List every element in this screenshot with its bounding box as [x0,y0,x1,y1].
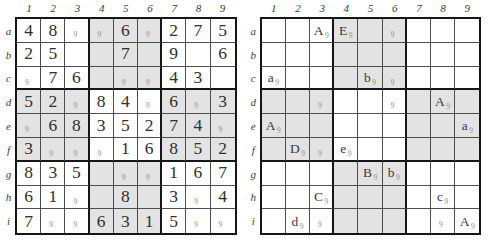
chains-cell-h4[interactable] [334,186,358,210]
chains-cell-b9[interactable] [455,43,479,67]
row-label-h: h [2,186,15,210]
candidate-9-mark: 9 [391,79,395,87]
givens-cell-f7[interactable]: 8 [162,138,186,162]
givens-cell-f8[interactable]: 5 [186,138,210,162]
givens-cell-b8[interactable] [186,43,210,67]
givens-cell-e6[interactable]: 2 [138,114,162,138]
chains-cell-a3[interactable]: A9 [310,19,334,43]
chains-cell-a8[interactable] [431,19,455,43]
givens-cell-b9[interactable]: 6 [211,43,235,67]
chain-letter: A [314,24,324,38]
chains-cell-g1[interactable] [262,162,286,186]
chains-cell-i7[interactable] [407,209,431,233]
chains-cell-i6[interactable] [383,209,407,233]
givens-cell-d1[interactable]: 5 [17,90,41,114]
given-digit: 4 [194,117,203,135]
givens-cell-b7[interactable]: 9 [162,43,186,67]
given-digit: 3 [194,69,203,87]
givens-cell-i8[interactable]: 9 [186,209,210,233]
corner-spacer [2,1,15,17]
chains-cell-d2[interactable] [286,90,310,114]
chains-cell-f7[interactable] [407,138,431,162]
given-digit: 3 [169,188,178,206]
row-label-c: c [2,67,15,91]
given-digit: 7 [169,117,178,135]
row-label-b: b [2,43,15,67]
givens-cell-c2[interactable]: 7 [41,67,65,91]
candidate-9-mark: 9 [25,126,29,134]
chains-cell-i9[interactable]: A9 [455,209,479,233]
givens-cell-a8[interactable]: 7 [186,19,210,43]
candidate-9-mark: 9 [49,150,53,158]
givens-cell-f2[interactable]: 9 [41,138,65,162]
candidate-9-mark: 9 [146,102,150,110]
givens-cell-i1[interactable]: 7 [17,209,41,233]
candidate-9-mark: 9 [73,198,77,206]
chains-cell-f8[interactable] [431,138,455,162]
chains-cell-b3[interactable] [310,43,334,67]
candidate-9-mark: 9 [318,221,322,229]
givens-cell-c7[interactable]: 4 [162,67,186,91]
column-label-4: 4 [334,1,358,17]
given-digit: 7 [48,69,57,87]
chain-letter: A [266,119,276,133]
givens-cell-c6[interactable]: 9 [138,67,162,91]
givens-cell-a1[interactable]: 4 [17,19,41,43]
candidate-9-mark: 9 [194,102,198,110]
chains-cell-b7[interactable] [407,43,431,67]
candidate-9-mark: 9 [25,79,29,87]
chain-letter: c [437,190,443,204]
chains-cell-g4[interactable] [334,162,358,186]
given-digit: 5 [194,140,203,158]
chains-cell-b6[interactable] [383,43,407,67]
givens-cell-d7[interactable]: 6 [162,90,186,114]
chains-cell-a7[interactable] [407,19,431,43]
givens-cell-g2[interactable]: 3 [41,162,65,186]
chains-cell-c2[interactable] [286,67,310,91]
chains-cell-h5[interactable] [358,186,382,210]
given-digit: 8 [97,93,106,111]
givens-cell-g3[interactable]: 5 [65,162,89,186]
givens-cell-c9[interactable] [211,67,235,91]
givens-cell-a7[interactable]: 2 [162,19,186,43]
givens-cell-h6[interactable] [138,186,162,210]
column-label-4: 4 [90,1,114,17]
givens-cell-i4[interactable]: 6 [90,209,114,233]
chain-letter-group: D9 [290,142,305,156]
chain-letter: d [291,215,298,229]
column-label-9: 9 [455,1,479,17]
chain-letter: B [363,166,372,180]
chains-cell-a6[interactable]: 9 [383,19,407,43]
chains-cell-g6[interactable]: b9 [383,162,407,186]
given-digit: 2 [169,22,178,40]
chains-cell-f6[interactable] [383,138,407,162]
givens-cell-b5[interactable]: 7 [114,43,138,67]
candidate-9-mark: 9 [146,79,150,87]
givens-board-block: 123456789 abcdefghi 48996927525796976994… [2,1,237,235]
givens-cell-e1[interactable]: 9 [17,114,41,138]
chains-cell-a1[interactable] [262,19,286,43]
chains-cell-e2[interactable] [286,114,310,138]
givens-cell-f1[interactable]: 3 [17,138,41,162]
givens-board: 4899692752579697699435298496939683527493… [15,17,237,235]
givens-cell-e2[interactable]: 6 [41,114,65,138]
givens-cell-h8[interactable]: 9 [186,186,210,210]
givens-cell-f9[interactable]: 2 [211,138,235,162]
givens-cell-i3[interactable]: 9 [65,209,89,233]
candidate-9-mark: 9 [98,150,102,158]
chain-letter-subscript: 9 [275,78,279,86]
chains-cell-a9[interactable] [455,19,479,43]
column-label-2: 2 [41,1,65,17]
givens-cell-f5[interactable]: 1 [114,138,138,162]
chains-cell-e8[interactable] [431,114,455,138]
givens-cell-d3[interactable]: 9 [65,90,89,114]
given-digit: 7 [24,213,33,231]
givens-cell-h9[interactable]: 4 [211,186,235,210]
chain-letter-group: d9 [291,215,303,229]
given-digit: 6 [169,93,178,111]
chains-cell-g2[interactable] [286,162,310,186]
chain-letter: a [462,119,468,133]
chain-letter-group: B9 [363,166,377,180]
chain-letter-group: b9 [364,71,376,85]
givens-cell-a6[interactable]: 9 [138,19,162,43]
chains-cell-c5[interactable]: b9 [358,67,382,91]
chain-letter: C [314,190,323,204]
candidate-9-mark: 9 [439,221,443,229]
given-digit: 9 [169,45,178,63]
given-digit: 8 [169,140,178,158]
chains-cell-h3[interactable]: C9 [310,186,334,210]
givens-cell-h2[interactable]: 1 [41,186,65,210]
given-digit: 7 [218,164,227,182]
chains-cell-h8[interactable]: c9 [431,186,455,210]
chains-cell-c3[interactable] [310,67,334,91]
candidate-9-mark: 9 [391,31,395,39]
given-digit: 8 [72,117,81,135]
givens-cell-g8[interactable]: 6 [186,162,210,186]
givens-cell-c5[interactable]: 9 [114,67,138,91]
column-label-9: 9 [211,1,235,17]
chains-cell-c1[interactable]: a9 [262,67,286,91]
chains-cell-h7[interactable] [407,186,431,210]
corner-spacer [247,1,260,17]
chains-cell-h2[interactable] [286,186,310,210]
given-digit: 1 [169,164,178,182]
chain-letter-subscript: 9 [373,174,377,182]
givens-cell-a4[interactable]: 9 [90,19,114,43]
chain-letter-subscript: 9 [471,222,475,230]
candidate-9-mark: 9 [219,126,223,134]
chain-letter-subscript: 9 [277,126,281,134]
given-digit: 3 [218,93,227,111]
givens-cell-h7[interactable]: 3 [162,186,186,210]
chain-letter-subscript: 9 [396,174,400,182]
row-label-h: h [247,186,260,210]
chain-letter-subscript: 9 [444,198,448,206]
row-label-f: f [2,138,15,162]
chains-cell-c9[interactable] [455,67,479,91]
givens-cell-c1[interactable]: 9 [17,67,41,91]
row-label-c: c [247,67,260,91]
chain-letter: D [290,142,300,156]
row-label-f: f [247,138,260,162]
givens-cell-e3[interactable]: 8 [65,114,89,138]
given-digit: 1 [145,213,154,231]
candidate-9-mark: 9 [73,102,77,110]
candidate-9-mark: 9 [73,150,77,158]
chains-cell-i4[interactable] [334,209,358,233]
givens-cell-e9[interactable]: 9 [211,114,235,138]
chains-cell-e9[interactable]: a9 [455,114,479,138]
given-digit: 6 [218,45,227,63]
chains-cell-h6[interactable] [383,186,407,210]
givens-cell-b2[interactable]: 5 [41,43,65,67]
chains-cell-d3[interactable]: 9 [310,90,334,114]
chain-letter-subscript: 9 [446,103,450,111]
chains-board: A9E99a9b9999A9A9a9D99e9B9b9C9c9d999A9 [260,17,482,235]
givens-cell-e8[interactable]: 4 [186,114,210,138]
row-label-a: a [2,19,15,43]
chains-row-labels: abcdefghi [247,17,260,235]
chains-cell-g5[interactable]: B9 [358,162,382,186]
chains-cell-d1[interactable] [262,90,286,114]
chains-cell-g8[interactable] [431,162,455,186]
chains-cell-i5[interactable] [358,209,382,233]
column-label-6: 6 [383,1,407,17]
chains-cell-c8[interactable] [431,67,455,91]
chain-letter-subscript: 9 [300,222,304,230]
givens-cell-g7[interactable]: 1 [162,162,186,186]
given-digit: 6 [24,188,33,206]
givens-cell-i2[interactable]: 9 [41,209,65,233]
givens-cell-h5[interactable]: 8 [114,186,138,210]
chains-cell-d6[interactable]: 9 [383,90,407,114]
givens-cell-g6[interactable]: 9 [138,162,162,186]
chain-letter-group: a9 [268,71,279,85]
column-label-8: 8 [186,1,210,17]
row-label-i: i [2,209,15,233]
chain-letter-group: E9 [339,24,353,38]
givens-cell-b6[interactable] [138,43,162,67]
givens-cell-h3[interactable]: 9 [65,186,89,210]
chains-cell-c6[interactable]: 9 [383,67,407,91]
chains-cell-c7[interactable] [407,67,431,91]
givens-cell-f4[interactable]: 9 [90,138,114,162]
givens-cell-d2[interactable]: 2 [41,90,65,114]
given-digit: 6 [97,213,106,231]
givens-cell-b3[interactable] [65,43,89,67]
givens-cell-g5[interactable]: 9 [114,162,138,186]
chain-letter: E [339,24,347,38]
candidate-9-mark: 9 [194,198,198,206]
chain-letter-group: C9 [314,190,328,204]
candidate-9-mark: 9 [318,102,322,110]
candidate-9-mark: 9 [194,221,198,229]
candidate-9-mark: 9 [98,31,102,39]
givens-cell-f6[interactable]: 6 [138,138,162,162]
givens-cell-d8[interactable]: 9 [186,90,210,114]
givens-cell-i7[interactable]: 5 [162,209,186,233]
given-digit: 5 [72,164,81,182]
chains-cell-i3[interactable]: 9 [310,209,334,233]
chains-cell-i8[interactable]: 9 [431,209,455,233]
givens-cell-h1[interactable]: 6 [17,186,41,210]
chains-cell-b8[interactable] [431,43,455,67]
chain-letter-group: b9 [388,166,400,180]
column-label-7: 7 [162,1,186,17]
chains-cell-f1[interactable] [262,138,286,162]
candidate-9-mark: 9 [391,102,395,110]
row-label-a: a [247,19,260,43]
givens-cell-c3[interactable]: 6 [65,67,89,91]
givens-cell-h4[interactable] [90,186,114,210]
chains-cell-f2[interactable]: D9 [286,138,310,162]
given-digit: 3 [121,213,130,231]
chains-cell-i1[interactable] [262,209,286,233]
chains-cell-d7[interactable] [407,90,431,114]
givens-cell-i5[interactable]: 3 [114,209,138,233]
chain-letter-group: A9 [266,119,281,133]
givens-cell-d9[interactable]: 3 [211,90,235,114]
chain-letter: A [460,215,470,229]
candidate-9-mark: 9 [73,31,77,39]
candidate-9-mark: 9 [49,221,53,229]
givens-cell-c4[interactable] [90,67,114,91]
chains-cell-d5[interactable] [358,90,382,114]
chains-cell-b5[interactable] [358,43,382,67]
givens-column-labels: 123456789 [15,1,237,17]
chains-cell-a5[interactable] [358,19,382,43]
row-label-d: d [247,90,260,114]
chains-cell-d9[interactable] [455,90,479,114]
givens-cell-d5[interactable]: 4 [114,90,138,114]
givens-cell-a5[interactable]: 6 [114,19,138,43]
chains-cell-f5[interactable] [358,138,382,162]
givens-cell-a3[interactable]: 9 [65,19,89,43]
chains-cell-e1[interactable]: A9 [262,114,286,138]
givens-cell-b4[interactable] [90,43,114,67]
chains-cell-g7[interactable] [407,162,431,186]
chains-cell-d8[interactable]: A9 [431,90,455,114]
column-label-2: 2 [286,1,310,17]
row-label-g: g [2,162,15,186]
chains-cell-e6[interactable] [383,114,407,138]
chains-cell-i2[interactable]: d9 [286,209,310,233]
givens-cell-d4[interactable]: 8 [90,90,114,114]
chains-cell-e5[interactable] [358,114,382,138]
column-label-1: 1 [17,1,41,17]
row-label-d: d [2,90,15,114]
givens-cell-a9[interactable]: 5 [211,19,235,43]
given-digit: 7 [194,22,203,40]
givens-cell-b1[interactable]: 2 [17,43,41,67]
chain-letter: b [388,166,395,180]
chains-cell-a2[interactable] [286,19,310,43]
chains-cell-e4[interactable] [334,114,358,138]
chains-cell-f4[interactable]: e9 [334,138,358,162]
column-label-5: 5 [114,1,138,17]
given-digit: 4 [24,22,33,40]
givens-cell-i6[interactable]: 1 [138,209,162,233]
chains-cell-c4[interactable] [334,67,358,91]
given-digit: 1 [121,140,130,158]
givens-cell-a2[interactable]: 8 [41,19,65,43]
chains-cell-h9[interactable] [455,186,479,210]
row-label-b: b [247,43,260,67]
chains-cell-e3[interactable] [310,114,334,138]
given-digit: 2 [145,117,154,135]
givens-row-labels: abcdefghi [2,17,15,235]
chain-letter-subscript: 9 [372,78,376,86]
row-label-i: i [247,209,260,233]
column-label-7: 7 [407,1,431,17]
chain-letter-subscript: 9 [301,150,305,158]
candidate-9-mark: 9 [146,31,150,39]
given-digit: 3 [97,117,106,135]
chains-cell-b2[interactable] [286,43,310,67]
chains-cell-g3[interactable] [310,162,334,186]
givens-cell-g9[interactable]: 7 [211,162,235,186]
given-digit: 6 [121,22,130,40]
chains-cell-b1[interactable] [262,43,286,67]
chains-cell-d4[interactable] [334,90,358,114]
chains-cell-f9[interactable] [455,138,479,162]
given-digit: 7 [121,45,130,63]
givens-cell-f3[interactable]: 9 [65,138,89,162]
candidate-9-mark: 9 [219,221,223,229]
givens-cell-g4[interactable] [90,162,114,186]
chain-letter-group: A9 [435,95,450,109]
chains-column-labels: 123456789 [260,1,482,17]
chains-cell-g9[interactable] [455,162,479,186]
given-digit: 6 [145,140,154,158]
chains-cell-h1[interactable] [262,186,286,210]
givens-cell-i9[interactable]: 9 [211,209,235,233]
given-digit: 5 [218,22,227,40]
chains-cell-e7[interactable] [407,114,431,138]
chains-cell-b4[interactable] [334,43,358,67]
givens-cell-e5[interactable]: 5 [114,114,138,138]
given-digit: 5 [121,117,130,135]
given-digit: 2 [218,140,227,158]
givens-cell-d6[interactable]: 9 [138,90,162,114]
candidate-9-mark: 9 [122,79,126,87]
given-digit: 2 [24,45,33,63]
chain-letter-group: e9 [340,142,351,156]
givens-cell-c8[interactable]: 3 [186,67,210,91]
sudoku-diagram: 123456789 abcdefghi 48996927525796976994… [0,0,490,235]
chain-letter-group: a9 [462,119,473,133]
chain-letter-subscript: 9 [469,126,473,134]
chain-letter: e [340,142,346,156]
given-digit: 1 [48,188,57,206]
givens-cell-e7[interactable]: 7 [162,114,186,138]
chains-cell-f3[interactable]: 9 [310,138,334,162]
givens-cell-e4[interactable]: 3 [90,114,114,138]
chains-cell-a4[interactable]: E9 [334,19,358,43]
candidate-9-mark: 9 [146,174,150,182]
givens-cell-g1[interactable]: 8 [17,162,41,186]
given-digit: 2 [48,93,57,111]
chain-letter-subscript: 9 [325,31,329,39]
row-label-e: e [247,114,260,138]
given-digit: 3 [48,164,57,182]
chain-letter: b [364,71,371,85]
